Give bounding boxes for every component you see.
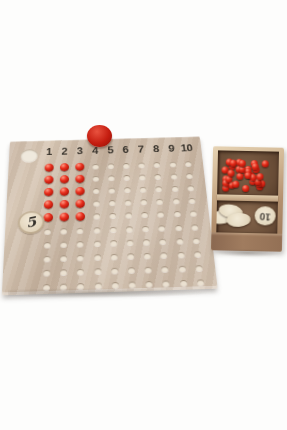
hole-c1-r7: [44, 242, 51, 248]
hole-c1-r9: [43, 270, 50, 276]
column-number-9: 9: [163, 144, 179, 154]
bead-compartment: [217, 150, 279, 195]
hole-c4-r10: [95, 283, 102, 289]
hole-c3-r10: [77, 283, 84, 289]
hole-c8-r3: [156, 186, 163, 191]
hole-c10-r4: [188, 198, 195, 203]
hole-c3-r7: [77, 241, 84, 247]
tile-compartment: 10: [216, 200, 278, 233]
product-photo-scene: 12345678910 5 10: [0, 0, 287, 430]
hole-c7-r4: [141, 199, 148, 204]
hole-c4-r5: [93, 214, 100, 219]
hole-c8-r2: [155, 174, 162, 179]
column-number-2: 2: [57, 147, 72, 157]
hole-c3-r9: [77, 269, 84, 275]
hole-c2-r10: [60, 284, 67, 290]
red-bead-c2-r5[interactable]: [59, 213, 68, 222]
loose-red-bead[interactable]: [242, 185, 249, 192]
hole-c7-r8: [144, 253, 151, 259]
hole-c9-r6: [175, 225, 182, 230]
red-bead-c3-r2[interactable]: [75, 174, 84, 182]
red-bead-c1-r1[interactable]: [44, 163, 53, 171]
hole-c7-r2: [139, 174, 146, 179]
hole-c6-r4: [125, 200, 132, 205]
column-number-8: 8: [148, 144, 164, 154]
hole-c8-r4: [157, 199, 164, 204]
loose-red-bead[interactable]: [256, 173, 263, 180]
hole-c1-r10: [43, 284, 50, 290]
hole-c5-r10: [112, 282, 119, 288]
board-surface: 12345678910 5: [2, 136, 218, 295]
hole-c10-r7: [192, 238, 199, 244]
hole-c6-r10: [129, 282, 136, 288]
hole-c5-r2: [108, 175, 115, 180]
hole-c8-r1: [154, 162, 161, 167]
loose-red-bead[interactable]: [232, 180, 239, 187]
red-bead-c1-r4[interactable]: [43, 200, 52, 209]
hole-c7-r10: [146, 281, 153, 287]
hole-c3-r8: [77, 255, 84, 261]
red-bead-c2-r1[interactable]: [60, 163, 69, 171]
hole-c6-r6: [126, 226, 133, 231]
hole-c5-r9: [111, 268, 118, 274]
red-bead-c1-r3[interactable]: [44, 188, 53, 197]
box-front-face: [211, 232, 282, 251]
hole-c8-r5: [158, 212, 165, 217]
hole-c4-r9: [94, 268, 101, 274]
hole-c5-r8: [111, 254, 118, 260]
red-bead-c3-r1[interactable]: [75, 162, 84, 170]
hole-c6-r8: [127, 253, 134, 259]
hole-c10-r3: [187, 185, 194, 190]
number-tile-10[interactable]: 10: [254, 206, 275, 225]
hole-c7-r1: [138, 162, 145, 167]
hole-c10-r9: [195, 265, 202, 271]
hole-c6-r5: [125, 213, 132, 218]
bead-box: 10: [211, 146, 284, 251]
hole-c9-r8: [177, 252, 184, 258]
hole-c6-r2: [124, 175, 131, 180]
red-bead-c3-r4[interactable]: [75, 199, 84, 208]
loose-red-bead[interactable]: [236, 173, 243, 180]
column-number-7: 7: [133, 144, 149, 154]
multiplier-card-5[interactable]: 5: [25, 215, 37, 230]
hole-c10-r6: [191, 224, 198, 229]
hole-c7-r9: [145, 267, 152, 273]
hole-c9-r1: [169, 161, 176, 166]
red-bead-c3-r3[interactable]: [75, 187, 84, 196]
hole-c8-r10: [163, 281, 170, 287]
hole-c6-r3: [124, 187, 131, 192]
hole-c4-r2: [92, 176, 98, 181]
multiplicand-marker-disc[interactable]: [87, 125, 112, 147]
hole-c10-r10: [197, 280, 205, 286]
hole-c4-r8: [94, 254, 101, 260]
hole-c7-r5: [141, 212, 148, 217]
loose-red-bead[interactable]: [261, 160, 268, 167]
hole-c4-r6: [93, 227, 100, 232]
hole-c6-r9: [128, 267, 135, 273]
column-header-row: 12345678910: [41, 142, 195, 159]
hole-c5-r6: [110, 226, 117, 231]
hole-c10-r1: [185, 161, 192, 166]
hole-c4-r3: [93, 188, 100, 193]
hole-c2-r8: [60, 255, 67, 261]
red-bead-c1-r2[interactable]: [44, 175, 53, 183]
hole-c9-r4: [173, 198, 180, 203]
column-number-3: 3: [72, 146, 87, 156]
loose-red-bead[interactable]: [228, 170, 235, 177]
hole-c5-r4: [109, 200, 116, 205]
hole-c5-r7: [110, 240, 117, 246]
red-bead-c2-r4[interactable]: [59, 200, 68, 209]
hole-c5-r3: [108, 188, 115, 193]
hole-c9-r10: [180, 280, 187, 286]
hole-c8-r6: [159, 225, 166, 230]
marker-slot-recess[interactable]: [20, 149, 37, 162]
column-number-1: 1: [41, 147, 56, 157]
hole-c9-r3: [171, 186, 178, 191]
column-number-5: 5: [102, 145, 118, 155]
hole-c4-r1: [92, 164, 98, 169]
hole-c8-r9: [162, 266, 169, 272]
column-number-10: 10: [178, 143, 194, 153]
hole-c9-r2: [170, 174, 177, 179]
hole-c2-r6: [61, 228, 68, 234]
hole-c7-r3: [140, 187, 147, 192]
hole-c4-r4: [93, 201, 100, 206]
hole-c9-r7: [176, 238, 183, 244]
hole-c5-r1: [108, 163, 114, 168]
column-number-4: 4: [87, 146, 103, 156]
hole-c9-r9: [178, 266, 185, 272]
hole-c8-r7: [160, 239, 167, 245]
hole-c4-r7: [94, 240, 101, 246]
number-tile-blank[interactable]: [226, 212, 251, 227]
hole-c10-r8: [194, 251, 201, 257]
hole-c2-r7: [61, 241, 68, 247]
red-bead-c2-r2[interactable]: [60, 175, 69, 183]
red-bead-c2-r3[interactable]: [60, 187, 69, 196]
bead-hole-grid: [38, 157, 210, 295]
hole-c2-r9: [60, 269, 67, 275]
hole-c8-r8: [161, 252, 168, 258]
red-bead-c3-r5[interactable]: [76, 212, 85, 221]
hole-c1-r6: [44, 228, 51, 234]
hole-c7-r7: [143, 239, 150, 245]
hole-c6-r1: [123, 163, 130, 168]
hole-c7-r6: [142, 225, 149, 230]
hole-c6-r7: [127, 239, 134, 245]
column-number-6: 6: [118, 145, 134, 155]
hole-c5-r5: [109, 213, 116, 218]
hole-c10-r5: [190, 211, 197, 216]
red-bead-c1-r5[interactable]: [43, 213, 53, 222]
hole-c3-r6: [77, 227, 84, 233]
multiplication-board: 12345678910 5: [2, 114, 218, 292]
hole-c9-r5: [174, 211, 181, 216]
hole-c1-r8: [44, 256, 51, 262]
hole-c10-r2: [186, 173, 193, 178]
